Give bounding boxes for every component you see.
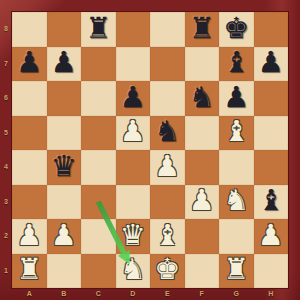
file-label-b: B: [47, 289, 82, 299]
square-d3[interactable]: [116, 185, 151, 220]
file-label-c: C: [81, 289, 116, 299]
rank-label-8: 8: [0, 25, 12, 32]
square-h5[interactable]: [254, 116, 289, 151]
piece-black-rook-c8[interactable]: ♜: [81, 11, 116, 46]
piece-black-pawn-a7[interactable]: ♟: [12, 46, 47, 81]
square-e7[interactable]: [150, 47, 185, 82]
piece-white-pawn-d5[interactable]: ♟: [116, 115, 151, 150]
square-g5[interactable]: ♝: [219, 116, 254, 151]
square-b8[interactable]: [47, 12, 82, 47]
piece-black-queen-b4[interactable]: ♛: [47, 149, 82, 184]
square-e2[interactable]: ♝: [150, 219, 185, 254]
square-a3[interactable]: [12, 185, 47, 220]
square-a1[interactable]: ♜: [12, 254, 47, 289]
square-f7[interactable]: [185, 47, 220, 82]
square-c5[interactable]: [81, 116, 116, 151]
square-c3[interactable]: [81, 185, 116, 220]
rank-label-2: 2: [0, 232, 12, 239]
square-d2[interactable]: ♛: [116, 219, 151, 254]
square-b5[interactable]: [47, 116, 82, 151]
square-e5[interactable]: ♞: [150, 116, 185, 151]
square-h2[interactable]: ♟: [254, 219, 289, 254]
piece-white-king-e1[interactable]: ♚: [150, 253, 185, 288]
square-a6[interactable]: [12, 81, 47, 116]
rank-label-7: 7: [0, 60, 12, 67]
square-b4[interactable]: ♛: [47, 150, 82, 185]
square-f6[interactable]: ♞: [185, 81, 220, 116]
square-f4[interactable]: [185, 150, 220, 185]
square-d7[interactable]: [116, 47, 151, 82]
square-d6[interactable]: ♟: [116, 81, 151, 116]
piece-white-knight-d1[interactable]: ♞: [116, 253, 151, 288]
square-e1[interactable]: ♚: [150, 254, 185, 289]
rank-label-3: 3: [0, 198, 12, 205]
square-f8[interactable]: ♜: [185, 12, 220, 47]
square-d1[interactable]: ♞: [116, 254, 151, 289]
file-label-a: A: [12, 289, 47, 299]
square-e6[interactable]: [150, 81, 185, 116]
rank-label-5: 5: [0, 129, 12, 136]
piece-white-knight-g3[interactable]: ♞: [219, 184, 254, 219]
piece-black-pawn-h7[interactable]: ♟: [254, 46, 289, 81]
square-g4[interactable]: [219, 150, 254, 185]
square-b1[interactable]: [47, 254, 82, 289]
chess-app: ♜♜♚♟♟♝♟♟♞♟♟♞♝♛♟♟♞♝♟♟♛♝♟♜♞♚♜ 87654321ABCD…: [0, 0, 300, 300]
piece-white-pawn-f3[interactable]: ♟: [185, 184, 220, 219]
piece-black-rook-f8[interactable]: ♜: [185, 11, 220, 46]
square-h3[interactable]: ♝: [254, 185, 289, 220]
square-b7[interactable]: ♟: [47, 47, 82, 82]
piece-white-pawn-b2[interactable]: ♟: [47, 218, 82, 253]
square-c4[interactable]: [81, 150, 116, 185]
file-label-g: G: [219, 289, 254, 299]
square-g2[interactable]: [219, 219, 254, 254]
square-d4[interactable]: [116, 150, 151, 185]
square-h4[interactable]: [254, 150, 289, 185]
square-e4[interactable]: ♟: [150, 150, 185, 185]
square-h8[interactable]: [254, 12, 289, 47]
piece-black-knight-e5[interactable]: ♞: [150, 115, 185, 150]
square-f5[interactable]: [185, 116, 220, 151]
rank-label-6: 6: [0, 94, 12, 101]
piece-white-queen-d2[interactable]: ♛: [116, 218, 151, 253]
square-a2[interactable]: ♟: [12, 219, 47, 254]
piece-white-rook-g1[interactable]: ♜: [219, 253, 254, 288]
square-c7[interactable]: [81, 47, 116, 82]
piece-black-bishop-g7[interactable]: ♝: [219, 46, 254, 81]
square-g6[interactable]: ♟: [219, 81, 254, 116]
square-c2[interactable]: [81, 219, 116, 254]
piece-black-bishop-h3[interactable]: ♝: [254, 184, 289, 219]
file-label-h: H: [254, 289, 289, 299]
file-label-f: F: [185, 289, 220, 299]
piece-white-pawn-e4[interactable]: ♟: [150, 149, 185, 184]
square-b3[interactable]: [47, 185, 82, 220]
piece-white-bishop-g5[interactable]: ♝: [219, 115, 254, 150]
file-label-e: E: [150, 289, 185, 299]
piece-white-pawn-a2[interactable]: ♟: [12, 218, 47, 253]
piece-black-pawn-d6[interactable]: ♟: [116, 80, 151, 115]
piece-black-king-g8[interactable]: ♚: [219, 11, 254, 46]
square-f1[interactable]: [185, 254, 220, 289]
square-g3[interactable]: ♞: [219, 185, 254, 220]
square-a5[interactable]: [12, 116, 47, 151]
chess-board[interactable]: ♜♜♚♟♟♝♟♟♞♟♟♞♝♛♟♟♞♝♟♟♛♝♟♜♞♚♜: [12, 12, 288, 288]
square-f3[interactable]: ♟: [185, 185, 220, 220]
square-g7[interactable]: ♝: [219, 47, 254, 82]
piece-white-pawn-h2[interactable]: ♟: [254, 218, 289, 253]
square-e8[interactable]: [150, 12, 185, 47]
square-c6[interactable]: [81, 81, 116, 116]
square-c1[interactable]: [81, 254, 116, 289]
square-c8[interactable]: ♜: [81, 12, 116, 47]
piece-black-pawn-b7[interactable]: ♟: [47, 46, 82, 81]
piece-black-pawn-g6[interactable]: ♟: [219, 80, 254, 115]
square-g8[interactable]: ♚: [219, 12, 254, 47]
square-a8[interactable]: [12, 12, 47, 47]
square-h6[interactable]: [254, 81, 289, 116]
piece-black-knight-f6[interactable]: ♞: [185, 80, 220, 115]
square-f2[interactable]: [185, 219, 220, 254]
square-b6[interactable]: [47, 81, 82, 116]
piece-white-rook-a1[interactable]: ♜: [12, 253, 47, 288]
square-h1[interactable]: [254, 254, 289, 289]
square-g1[interactable]: ♜: [219, 254, 254, 289]
square-h7[interactable]: ♟: [254, 47, 289, 82]
square-d8[interactable]: [116, 12, 151, 47]
piece-white-bishop-e2[interactable]: ♝: [150, 218, 185, 253]
square-a4[interactable]: [12, 150, 47, 185]
rank-label-1: 1: [0, 267, 12, 274]
square-a7[interactable]: ♟: [12, 47, 47, 82]
square-e3[interactable]: [150, 185, 185, 220]
rank-label-4: 4: [0, 163, 12, 170]
file-label-d: D: [116, 289, 151, 299]
square-d5[interactable]: ♟: [116, 116, 151, 151]
square-b2[interactable]: ♟: [47, 219, 82, 254]
